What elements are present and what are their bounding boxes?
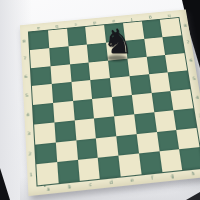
chessboard: abcdefgh abcdefgh 87654321 87654321 CHES… <box>20 9 200 196</box>
coordinate-label: 6 <box>24 75 27 79</box>
coordinate-label: 4 <box>26 113 29 118</box>
coordinate-label: 3 <box>27 132 30 137</box>
square-a2[interactable] <box>35 142 57 164</box>
coordinate-label: h <box>167 13 170 17</box>
square-d6[interactable] <box>89 60 110 80</box>
coordinate-label: a <box>37 25 40 29</box>
square-a8[interactable] <box>29 31 49 50</box>
square-d1[interactable] <box>98 156 121 179</box>
coordinate-label: h <box>191 171 195 176</box>
square-h2[interactable] <box>176 127 199 149</box>
coordinate-label: d <box>109 180 113 185</box>
coordinate-label: d <box>93 20 96 24</box>
square-d4[interactable] <box>92 97 114 118</box>
square-e6[interactable] <box>108 58 129 78</box>
square-d3[interactable] <box>94 116 116 138</box>
square-d5[interactable] <box>91 78 112 99</box>
coordinate-label: 2 <box>28 152 31 157</box>
square-e1[interactable] <box>118 154 141 177</box>
coordinate-label: 8 <box>184 24 187 28</box>
square-b4[interactable] <box>53 101 74 122</box>
square-h4[interactable] <box>171 89 194 110</box>
square-h7[interactable] <box>163 35 185 54</box>
square-c5[interactable] <box>71 80 92 101</box>
square-a5[interactable] <box>32 84 53 105</box>
coordinate-label: 1 <box>29 173 32 178</box>
square-c6[interactable] <box>70 62 91 82</box>
board-border: abcdefgh abcdefgh 87654321 87654321 CHES… <box>20 9 200 196</box>
square-e2[interactable] <box>116 134 139 156</box>
square-c7[interactable] <box>68 44 89 64</box>
square-e7[interactable] <box>106 41 127 61</box>
square-b1[interactable] <box>57 160 79 183</box>
coordinate-label: 8 <box>23 39 26 43</box>
square-d8[interactable] <box>85 25 106 44</box>
coordinate-label: f <box>151 176 153 181</box>
coordinate-label: 3 <box>199 115 200 120</box>
square-b2[interactable] <box>56 140 78 162</box>
square-f3[interactable] <box>134 112 156 134</box>
coordinate-label: 4 <box>195 96 199 101</box>
coordinate-label: 5 <box>25 94 28 99</box>
coordinate-label: e <box>112 18 115 22</box>
square-h5[interactable] <box>168 71 190 91</box>
square-b7[interactable] <box>49 46 70 66</box>
square-h6[interactable] <box>165 53 187 73</box>
coordinate-label: g <box>148 15 151 19</box>
square-g8[interactable] <box>141 20 162 39</box>
square-e8[interactable] <box>104 23 125 42</box>
square-f4[interactable] <box>132 93 154 114</box>
coordinate-label: c <box>89 182 92 187</box>
coordinate-label: 7 <box>23 57 26 61</box>
square-f1[interactable] <box>139 152 162 175</box>
square-h8[interactable] <box>160 18 181 37</box>
board-squares <box>29 18 200 185</box>
coordinate-label: 5 <box>192 77 196 81</box>
square-e4[interactable] <box>112 95 134 116</box>
square-a7[interactable] <box>30 48 50 68</box>
coordinate-label: 6 <box>189 59 192 63</box>
coordinate-label: b <box>56 23 59 27</box>
square-g5[interactable] <box>149 73 171 93</box>
coordinate-label: e <box>130 178 133 183</box>
square-h3[interactable] <box>174 108 197 129</box>
square-b6[interactable] <box>50 64 71 84</box>
coordinate-label: b <box>68 185 71 190</box>
square-g7[interactable] <box>144 37 165 56</box>
square-d7[interactable] <box>87 42 108 62</box>
photo-scene: abcdefgh abcdefgh 87654321 87654321 CHES… <box>0 0 200 200</box>
coordinate-label: c <box>75 22 78 26</box>
coordinate-label: 7 <box>186 41 189 45</box>
square-c2[interactable] <box>76 138 98 160</box>
square-a6[interactable] <box>31 66 52 86</box>
square-f5[interactable] <box>129 74 151 95</box>
square-g4[interactable] <box>151 91 173 112</box>
square-f2[interactable] <box>136 132 159 154</box>
square-b3[interactable] <box>54 120 76 142</box>
square-h1[interactable] <box>179 147 200 170</box>
coordinate-label: f <box>131 16 133 20</box>
square-c8[interactable] <box>67 27 87 46</box>
square-a3[interactable] <box>34 122 55 144</box>
square-d2[interactable] <box>96 136 118 158</box>
square-b5[interactable] <box>52 82 73 103</box>
square-f6[interactable] <box>127 56 149 76</box>
coordinate-label: g <box>171 174 175 179</box>
square-a4[interactable] <box>33 103 54 124</box>
square-e3[interactable] <box>114 114 136 136</box>
square-c4[interactable] <box>73 99 95 120</box>
square-a1[interactable] <box>36 162 58 185</box>
square-f7[interactable] <box>125 39 146 59</box>
square-f8[interactable] <box>123 22 144 41</box>
square-e5[interactable] <box>110 76 132 97</box>
square-b8[interactable] <box>48 29 68 48</box>
square-c1[interactable] <box>78 158 100 181</box>
square-g6[interactable] <box>146 55 168 75</box>
square-c3[interactable] <box>74 118 96 140</box>
